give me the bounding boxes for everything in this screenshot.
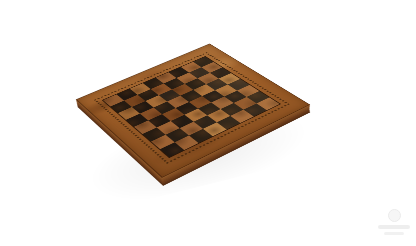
photo-canvas (0, 0, 416, 246)
watermark-text-blur (378, 225, 410, 229)
board-square (160, 142, 184, 157)
board-scene (0, 0, 416, 246)
board-square (142, 127, 165, 141)
board-square (244, 103, 267, 116)
board-square (203, 122, 227, 136)
watermark-logo-icon (388, 209, 401, 222)
board-square (207, 109, 230, 122)
board-square (175, 135, 199, 150)
board-square (171, 115, 194, 128)
board-square (194, 115, 217, 129)
watermark-text-blur (384, 232, 404, 235)
board-square (134, 120, 157, 134)
board-square (166, 128, 189, 142)
board-square (140, 108, 162, 121)
board-square (198, 102, 221, 115)
watermark (375, 208, 413, 240)
board-square (126, 114, 148, 127)
board-square (189, 129, 213, 143)
board-square (176, 102, 198, 115)
board-square (234, 97, 257, 110)
board-square (157, 121, 180, 135)
board-square (180, 122, 203, 136)
board-square (148, 114, 171, 127)
board-square (230, 110, 253, 123)
board-square (162, 108, 184, 121)
board-square (151, 135, 175, 149)
board-square (184, 109, 207, 122)
board-square (221, 103, 244, 116)
board-square (217, 116, 240, 130)
board-square (257, 97, 280, 110)
